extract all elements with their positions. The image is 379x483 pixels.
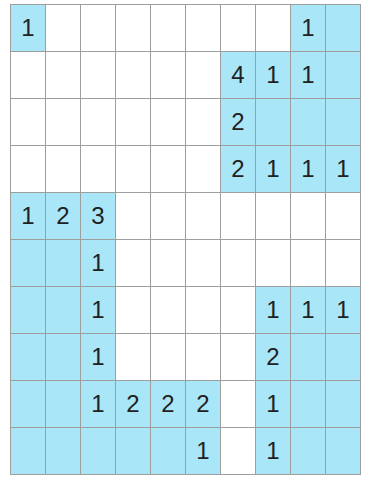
cell-r4c3[interactable] [81, 146, 115, 192]
minesweeper-board: 114112211112311111121222111 [10, 4, 361, 475]
cell-r2c7[interactable]: 4 [221, 52, 255, 98]
cell-r4c5[interactable] [151, 146, 185, 192]
cell-r8c6[interactable] [186, 334, 220, 380]
cell-r3c4[interactable] [116, 99, 150, 145]
cell-r4c10[interactable]: 1 [326, 146, 360, 192]
cell-r6c2[interactable] [46, 240, 80, 286]
cell-r7c10[interactable]: 1 [326, 287, 360, 333]
cell-r2c2[interactable] [46, 52, 80, 98]
cell-r6c5[interactable] [151, 240, 185, 286]
cell-r6c10[interactable] [326, 240, 360, 286]
cell-r1c8[interactable] [256, 5, 290, 51]
cell-r4c8[interactable]: 1 [256, 146, 290, 192]
cell-r4c1[interactable] [11, 146, 45, 192]
cell-r3c8[interactable] [256, 99, 290, 145]
cell-r1c6[interactable] [186, 5, 220, 51]
cell-r8c5[interactable] [151, 334, 185, 380]
cell-r7c7[interactable] [221, 287, 255, 333]
cell-r9c7[interactable] [221, 381, 255, 427]
cell-r5c4[interactable] [116, 193, 150, 239]
cell-r6c8[interactable] [256, 240, 290, 286]
cell-r2c6[interactable] [186, 52, 220, 98]
cell-r9c10[interactable] [326, 381, 360, 427]
cell-r4c9[interactable]: 1 [291, 146, 325, 192]
cell-r5c6[interactable] [186, 193, 220, 239]
cell-r2c1[interactable] [11, 52, 45, 98]
cell-r8c1[interactable] [11, 334, 45, 380]
cell-r9c6[interactable]: 2 [186, 381, 220, 427]
cell-r5c2[interactable]: 2 [46, 193, 80, 239]
cell-r8c2[interactable] [46, 334, 80, 380]
cell-r6c9[interactable] [291, 240, 325, 286]
cell-r5c7[interactable] [221, 193, 255, 239]
cell-r1c9[interactable]: 1 [291, 5, 325, 51]
cell-r8c7[interactable] [221, 334, 255, 380]
cell-r7c1[interactable] [11, 287, 45, 333]
cell-r10c4[interactable] [116, 428, 150, 474]
cell-r2c9[interactable]: 1 [291, 52, 325, 98]
cell-r3c5[interactable] [151, 99, 185, 145]
cell-r7c5[interactable] [151, 287, 185, 333]
cell-r1c10[interactable] [326, 5, 360, 51]
cell-r7c2[interactable] [46, 287, 80, 333]
cell-r5c1[interactable]: 1 [11, 193, 45, 239]
cell-r5c9[interactable] [291, 193, 325, 239]
cell-r3c6[interactable] [186, 99, 220, 145]
cell-r1c5[interactable] [151, 5, 185, 51]
cell-r5c10[interactable] [326, 193, 360, 239]
cell-r7c9[interactable]: 1 [291, 287, 325, 333]
cell-r6c7[interactable] [221, 240, 255, 286]
cell-r6c4[interactable] [116, 240, 150, 286]
cell-r7c3[interactable]: 1 [81, 287, 115, 333]
cell-r4c4[interactable] [116, 146, 150, 192]
cell-r7c6[interactable] [186, 287, 220, 333]
cell-r1c1[interactable]: 1 [11, 5, 45, 51]
cell-r10c6[interactable]: 1 [186, 428, 220, 474]
cell-r4c7[interactable]: 2 [221, 146, 255, 192]
cell-r1c3[interactable] [81, 5, 115, 51]
cell-r1c2[interactable] [46, 5, 80, 51]
cell-r10c3[interactable] [81, 428, 115, 474]
cell-r6c1[interactable] [11, 240, 45, 286]
cell-r9c5[interactable]: 2 [151, 381, 185, 427]
cell-r5c8[interactable] [256, 193, 290, 239]
cell-r10c7[interactable] [221, 428, 255, 474]
cell-r9c9[interactable] [291, 381, 325, 427]
cell-r4c2[interactable] [46, 146, 80, 192]
cell-r9c2[interactable] [46, 381, 80, 427]
cell-r2c5[interactable] [151, 52, 185, 98]
cell-r8c9[interactable] [291, 334, 325, 380]
cell-r3c3[interactable] [81, 99, 115, 145]
cell-r9c1[interactable] [11, 381, 45, 427]
cell-r2c3[interactable] [81, 52, 115, 98]
cell-r3c1[interactable] [11, 99, 45, 145]
cell-r8c10[interactable] [326, 334, 360, 380]
cell-r10c9[interactable] [291, 428, 325, 474]
cell-r9c8[interactable]: 1 [256, 381, 290, 427]
cell-r3c2[interactable] [46, 99, 80, 145]
cell-r10c10[interactable] [326, 428, 360, 474]
cell-r3c7[interactable]: 2 [221, 99, 255, 145]
cell-r10c8[interactable]: 1 [256, 428, 290, 474]
cell-r1c7[interactable] [221, 5, 255, 51]
cell-r7c4[interactable] [116, 287, 150, 333]
cell-r4c6[interactable] [186, 146, 220, 192]
cell-r8c3[interactable]: 1 [81, 334, 115, 380]
cell-r9c4[interactable]: 2 [116, 381, 150, 427]
cell-r3c9[interactable] [291, 99, 325, 145]
cell-r6c3[interactable]: 1 [81, 240, 115, 286]
cell-r2c10[interactable] [326, 52, 360, 98]
cell-r9c3[interactable]: 1 [81, 381, 115, 427]
cell-r10c2[interactable] [46, 428, 80, 474]
cell-r5c5[interactable] [151, 193, 185, 239]
cell-r8c4[interactable] [116, 334, 150, 380]
cell-r10c5[interactable] [151, 428, 185, 474]
cell-r2c8[interactable]: 1 [256, 52, 290, 98]
cell-r6c6[interactable] [186, 240, 220, 286]
cell-r2c4[interactable] [116, 52, 150, 98]
cell-r10c1[interactable] [11, 428, 45, 474]
cell-r5c3[interactable]: 3 [81, 193, 115, 239]
cell-r7c8[interactable]: 1 [256, 287, 290, 333]
cell-r3c10[interactable] [326, 99, 360, 145]
cell-r8c8[interactable]: 2 [256, 334, 290, 380]
cell-r1c4[interactable] [116, 5, 150, 51]
